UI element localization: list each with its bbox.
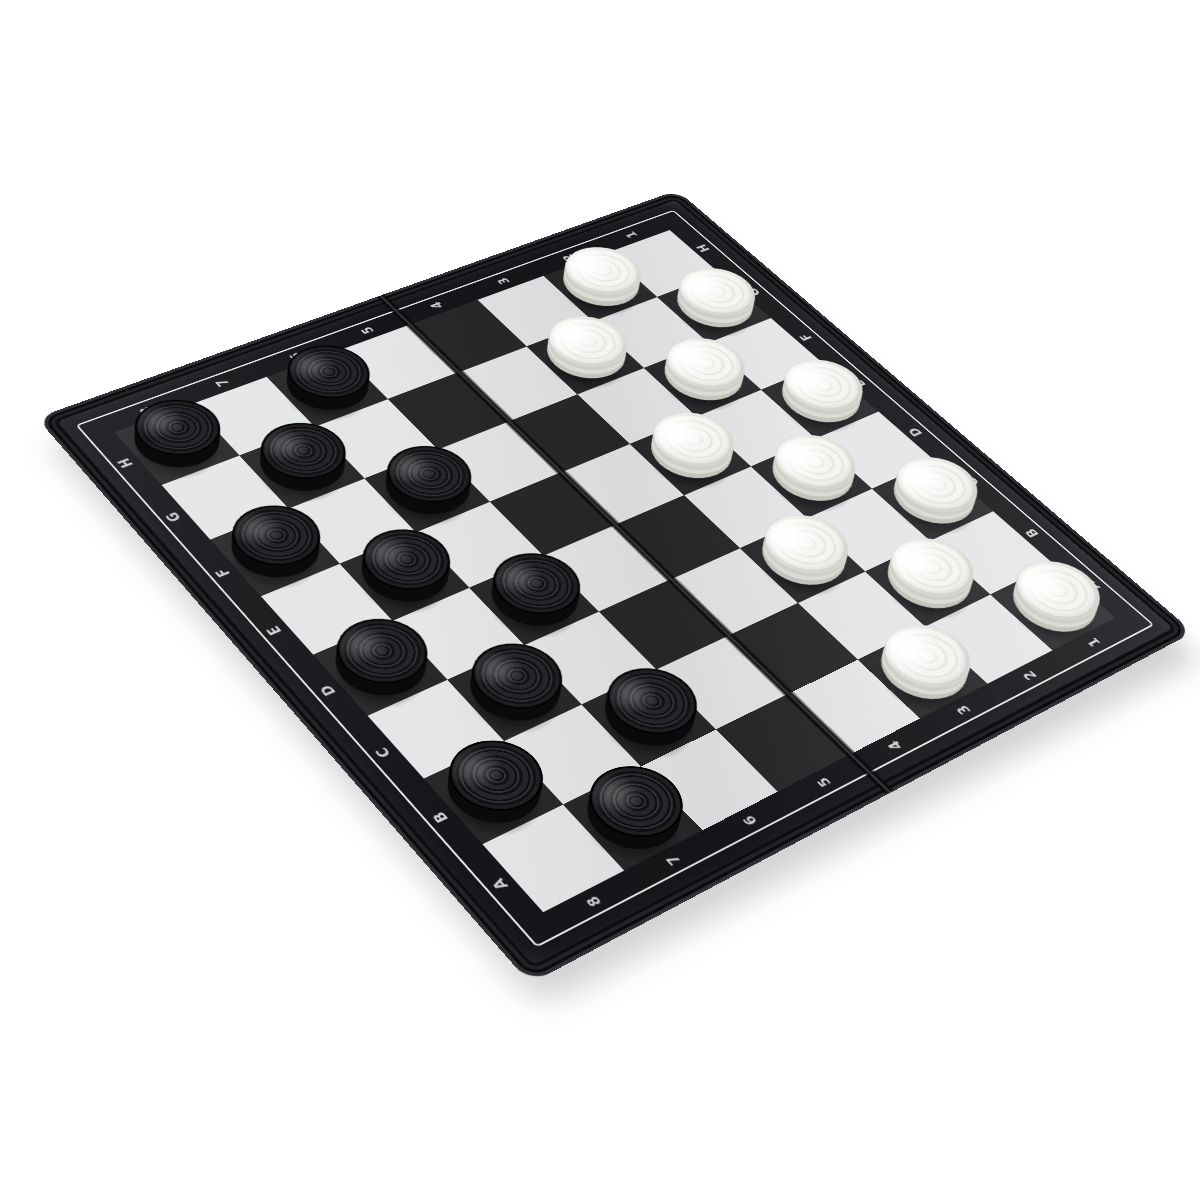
square-C3 — [740, 518, 865, 603]
board-grid — [114, 230, 1115, 912]
product-photo-scene: 87654321 87654321 HGFEDCBA HGFEDCBA — [0, 0, 1200, 1200]
board-frame: 87654321 87654321 HGFEDCBA HGFEDCBA — [38, 191, 1192, 982]
folding-checkers-board: 87654321 87654321 HGFEDCBA HGFEDCBA — [38, 191, 1192, 982]
